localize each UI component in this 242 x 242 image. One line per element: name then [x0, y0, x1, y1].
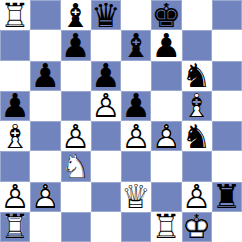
- square-e7[interactable]: ♝: [121, 30, 151, 60]
- piece-wN-c3[interactable]: ♞♘: [61, 151, 91, 181]
- square-f4[interactable]: ♟♙: [151, 121, 181, 151]
- piece-bP-e5[interactable]: ♟: [121, 91, 151, 121]
- square-f8[interactable]: ♚: [151, 0, 181, 30]
- piece-outline-glyph: ♘: [61, 151, 91, 181]
- square-e3[interactable]: [121, 151, 151, 181]
- square-e8[interactable]: [121, 0, 151, 30]
- square-b4[interactable]: [30, 121, 60, 151]
- square-e2[interactable]: ♛♕: [121, 182, 151, 212]
- square-b2[interactable]: ♟♙: [30, 182, 60, 212]
- square-g8[interactable]: [182, 0, 212, 30]
- piece-bP-d6[interactable]: ♟: [91, 61, 121, 91]
- piece-outline-glyph: ♙: [151, 121, 181, 151]
- piece-outline-glyph: ♙: [0, 182, 30, 212]
- square-h1[interactable]: [212, 212, 242, 242]
- square-c6[interactable]: [61, 61, 91, 91]
- square-f5[interactable]: [151, 91, 181, 121]
- piece-solid-glyph: ♟: [151, 30, 181, 60]
- square-f1[interactable]: ♜♖: [151, 212, 181, 242]
- piece-outline-glyph: ♔: [182, 212, 212, 242]
- piece-solid-glyph: ♟: [61, 30, 91, 60]
- piece-wP-a2[interactable]: ♟♙: [0, 182, 30, 212]
- chess-board: ♜♖♝♛♚♟♝♟♟♟♞♟♟♙♟♝♗♝♗♟♙♟♙♟♙♞♞♘♟♙♟♙♛♕♟♙♜♜♖♜…: [0, 0, 242, 242]
- square-f3[interactable]: [151, 151, 181, 181]
- piece-outline-glyph: ♙: [182, 182, 212, 212]
- piece-solid-glyph: ♟: [91, 61, 121, 91]
- piece-solid-glyph: ♚: [151, 0, 181, 30]
- piece-solid-glyph: ♟: [0, 91, 30, 121]
- piece-bP-b6[interactable]: ♟: [30, 61, 60, 91]
- square-d2[interactable]: [91, 182, 121, 212]
- piece-outline-glyph: ♗: [182, 91, 212, 121]
- piece-outline-glyph: ♗: [0, 121, 30, 151]
- piece-wQ-e2[interactable]: ♛♕: [121, 182, 151, 212]
- piece-solid-glyph: ♞: [182, 61, 212, 91]
- square-a6[interactable]: [0, 61, 30, 91]
- square-b7[interactable]: [30, 30, 60, 60]
- piece-wB-a4[interactable]: ♝♗: [0, 121, 30, 151]
- square-b6[interactable]: ♟: [30, 61, 60, 91]
- piece-outline-glyph: ♙: [91, 91, 121, 121]
- square-b3[interactable]: [30, 151, 60, 181]
- square-b5[interactable]: [30, 91, 60, 121]
- square-h2[interactable]: ♜: [212, 182, 242, 212]
- piece-wR-a1[interactable]: ♜♖: [0, 212, 30, 242]
- piece-wP-b2[interactable]: ♟♙: [30, 182, 60, 212]
- piece-outline-glyph: ♖: [151, 212, 181, 242]
- piece-bP-c7[interactable]: ♟: [61, 30, 91, 60]
- square-g7[interactable]: [182, 30, 212, 60]
- square-f7[interactable]: ♟: [151, 30, 181, 60]
- square-d5[interactable]: ♟♙: [91, 91, 121, 121]
- square-a2[interactable]: ♟♙: [0, 182, 30, 212]
- square-c5[interactable]: [61, 91, 91, 121]
- piece-wR-a8[interactable]: ♜♖: [0, 0, 30, 30]
- piece-solid-glyph: ♟: [30, 61, 60, 91]
- piece-bP-a5[interactable]: ♟: [0, 91, 30, 121]
- square-h7[interactable]: [212, 30, 242, 60]
- piece-bN-g4[interactable]: ♞: [182, 121, 212, 151]
- piece-wK-g1[interactable]: ♚♔: [182, 212, 212, 242]
- square-g4[interactable]: ♞: [182, 121, 212, 151]
- square-b8[interactable]: [30, 0, 60, 30]
- square-c8[interactable]: ♝: [61, 0, 91, 30]
- piece-outline-glyph: ♙: [121, 121, 151, 151]
- piece-solid-glyph: ♞: [182, 121, 212, 151]
- square-g3[interactable]: [182, 151, 212, 181]
- square-d6[interactable]: ♟: [91, 61, 121, 91]
- piece-outline-glyph: ♙: [30, 182, 60, 212]
- square-a5[interactable]: ♟: [0, 91, 30, 121]
- piece-solid-glyph: ♝: [121, 30, 151, 60]
- square-b1[interactable]: [30, 212, 60, 242]
- piece-outline-glyph: ♖: [0, 212, 30, 242]
- piece-wP-d5[interactable]: ♟♙: [91, 91, 121, 121]
- piece-outline-glyph: ♙: [61, 121, 91, 151]
- piece-wP-c4[interactable]: ♟♙: [61, 121, 91, 151]
- piece-wP-g2[interactable]: ♟♙: [182, 182, 212, 212]
- square-d1[interactable]: [91, 212, 121, 242]
- square-c2[interactable]: [61, 182, 91, 212]
- piece-solid-glyph: ♝: [61, 0, 91, 30]
- square-e5[interactable]: ♟: [121, 91, 151, 121]
- square-h3[interactable]: [212, 151, 242, 181]
- piece-wB-g5[interactable]: ♝♗: [182, 91, 212, 121]
- piece-solid-glyph: ♛: [91, 0, 121, 30]
- square-d7[interactable]: [91, 30, 121, 60]
- square-g6[interactable]: ♞: [182, 61, 212, 91]
- square-a7[interactable]: [0, 30, 30, 60]
- square-e4[interactable]: ♟♙: [121, 121, 151, 151]
- square-d4[interactable]: [91, 121, 121, 151]
- piece-outline-glyph: ♕: [121, 182, 151, 212]
- square-g5[interactable]: ♝♗: [182, 91, 212, 121]
- square-g2[interactable]: ♟♙: [182, 182, 212, 212]
- square-h4[interactable]: [212, 121, 242, 151]
- square-f6[interactable]: [151, 61, 181, 91]
- square-c4[interactable]: ♟♙: [61, 121, 91, 151]
- square-d3[interactable]: [91, 151, 121, 181]
- piece-bK-f8[interactable]: ♚: [151, 0, 181, 30]
- square-a8[interactable]: ♜♖: [0, 0, 30, 30]
- piece-wP-f4[interactable]: ♟♙: [151, 121, 181, 151]
- square-d8[interactable]: ♛: [91, 0, 121, 30]
- piece-bR-h2[interactable]: ♜: [212, 182, 242, 212]
- square-c7[interactable]: ♟: [61, 30, 91, 60]
- square-h5[interactable]: [212, 91, 242, 121]
- square-g1[interactable]: ♚♔: [182, 212, 212, 242]
- square-c3[interactable]: ♞♘: [61, 151, 91, 181]
- square-f2[interactable]: [151, 182, 181, 212]
- piece-solid-glyph: ♜: [212, 182, 242, 212]
- square-h6[interactable]: [212, 61, 242, 91]
- piece-wP-e4[interactable]: ♟♙: [121, 121, 151, 151]
- piece-bQ-d8[interactable]: ♛: [91, 0, 121, 30]
- square-e6[interactable]: [121, 61, 151, 91]
- square-a3[interactable]: [0, 151, 30, 181]
- piece-bB-c8[interactable]: ♝: [61, 0, 91, 30]
- piece-solid-glyph: ♟: [121, 91, 151, 121]
- square-a4[interactable]: ♝♗: [0, 121, 30, 151]
- square-e1[interactable]: [121, 212, 151, 242]
- square-h8[interactable]: [212, 0, 242, 30]
- piece-wR-f1[interactable]: ♜♖: [151, 212, 181, 242]
- piece-bB-e7[interactable]: ♝: [121, 30, 151, 60]
- square-c1[interactable]: [61, 212, 91, 242]
- piece-bN-g6[interactable]: ♞: [182, 61, 212, 91]
- square-a1[interactable]: ♜♖: [0, 212, 30, 242]
- piece-outline-glyph: ♖: [0, 0, 30, 30]
- piece-bP-f7[interactable]: ♟: [151, 30, 181, 60]
